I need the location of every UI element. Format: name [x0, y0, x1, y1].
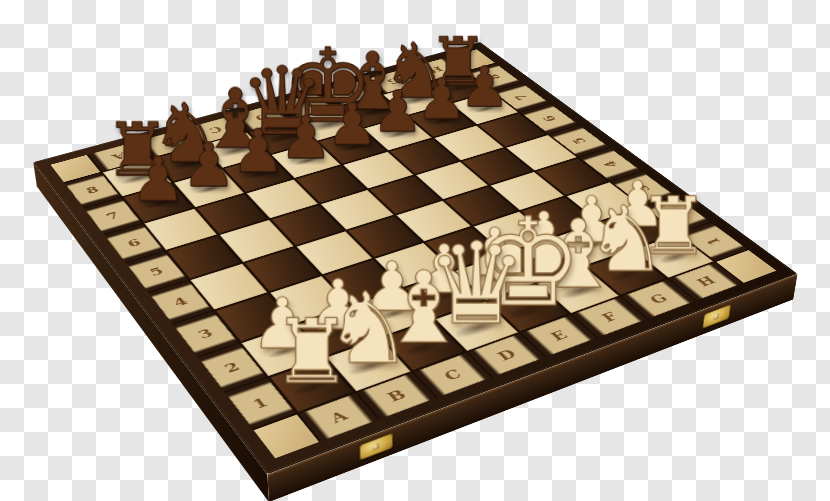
brass-latch	[703, 304, 732, 329]
file-label-text: B	[158, 137, 178, 149]
piece-white-rook-a1[interactable]: ♜	[272, 308, 351, 396]
transparency-checker-background: { "game": "chess", "scene": "wooden fold…	[0, 0, 830, 501]
file-label-text: F	[342, 88, 360, 98]
rank-label-text: 7	[511, 93, 532, 102]
file-label-text: A	[110, 151, 129, 163]
rank-label-text: 5	[568, 136, 590, 146]
rank-label-text: 6	[539, 114, 560, 123]
file-label-text: D	[252, 112, 272, 123]
file-label-text: H	[425, 65, 446, 75]
file-label-text: G	[384, 76, 404, 86]
chess-board: ABCDEFGH8877665544332211ABCDEFGH ♜♞♝♛♚♝♞…	[33, 42, 797, 474]
rank-label-text: 8	[484, 73, 504, 81]
rank-label-text: 8	[83, 184, 101, 196]
file-label-text: C	[206, 124, 225, 135]
brass-latch	[359, 433, 393, 461]
file-label-text: E	[298, 100, 317, 110]
